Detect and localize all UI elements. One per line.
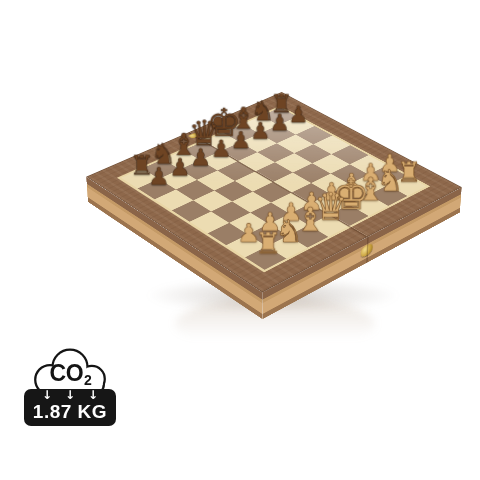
chess-board: ♜♞♝♛♚♝♞♜♟♟♟♟♟♟♟♟♟♟♟♟♟♟♟♟♜♞♝♛♚♝♞♜: [86, 92, 462, 292]
co2-weight-box: ↓↓↓ 1.87 KG: [24, 389, 116, 426]
clasp: [361, 242, 373, 259]
co2-arrows-icon: ↓↓↓: [24, 390, 116, 401]
board-surface: ♜♞♝♛♚♝♞♜♟♟♟♟♟♟♟♟♟♟♟♟♟♟♟♟♜♞♝♛♚♝♞♜: [86, 92, 462, 292]
co2-weight-label: 1.87 KG: [24, 401, 116, 422]
co2-badge: CO2 ↓↓↓ 1.87 KG: [22, 348, 122, 426]
co2-label: CO2: [27, 360, 113, 387]
